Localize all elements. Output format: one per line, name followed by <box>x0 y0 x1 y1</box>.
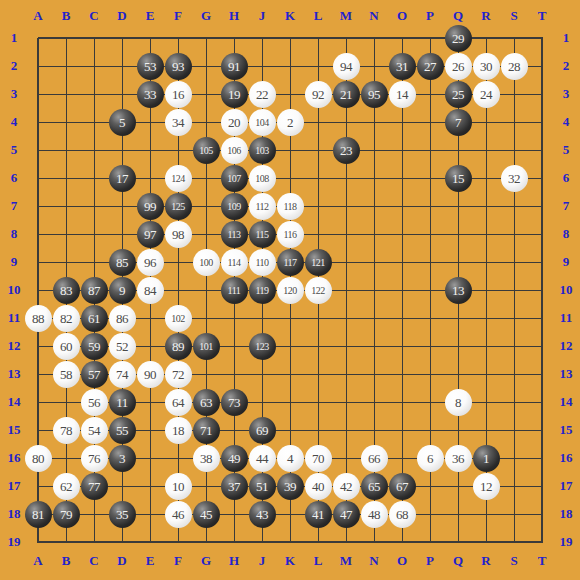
row-label-left: 19 <box>1 534 27 550</box>
move-number: 30 <box>480 53 492 80</box>
move-number: 27 <box>424 53 436 80</box>
white-stone-90[interactable]: 90 <box>137 361 164 388</box>
move-number: 10 <box>172 473 184 500</box>
black-stone-117[interactable]: 117 <box>277 249 304 276</box>
white-stone-102[interactable]: 102 <box>165 305 192 332</box>
column-label-bottom: L <box>305 553 331 569</box>
black-stone-39[interactable]: 39 <box>277 473 304 500</box>
black-stone-31[interactable]: 31 <box>389 53 416 80</box>
black-stone-101[interactable]: 101 <box>193 333 220 360</box>
black-stone-61[interactable]: 61 <box>81 305 108 332</box>
move-number: 117 <box>283 249 296 276</box>
black-stone-5[interactable]: 5 <box>109 109 136 136</box>
column-label-top: C <box>81 8 107 24</box>
black-stone-13[interactable]: 13 <box>445 277 472 304</box>
black-stone-113[interactable]: 113 <box>221 221 248 248</box>
white-stone-82[interactable]: 82 <box>53 305 80 332</box>
row-label-right: 1 <box>553 30 579 46</box>
white-stone-54[interactable]: 54 <box>81 417 108 444</box>
white-stone-94[interactable]: 94 <box>333 53 360 80</box>
row-label-right: 12 <box>553 338 579 354</box>
move-number: 28 <box>508 53 520 80</box>
move-number: 78 <box>60 417 72 444</box>
move-number: 6 <box>427 445 433 472</box>
move-number: 81 <box>32 501 44 528</box>
white-stone-106[interactable]: 106 <box>221 137 248 164</box>
row-label-right: 14 <box>553 394 579 410</box>
white-stone-118[interactable]: 118 <box>277 193 304 220</box>
column-label-top: R <box>473 8 499 24</box>
move-number: 105 <box>199 137 213 164</box>
move-number: 88 <box>32 305 44 332</box>
white-stone-120[interactable]: 120 <box>277 277 304 304</box>
move-number: 35 <box>116 501 128 528</box>
move-number: 14 <box>396 81 408 108</box>
row-label-left: 6 <box>1 170 27 186</box>
column-label-top: O <box>389 8 415 24</box>
white-stone-52[interactable]: 52 <box>109 333 136 360</box>
move-number: 5 <box>119 109 125 136</box>
column-label-top: T <box>529 8 555 24</box>
move-number: 76 <box>88 445 100 472</box>
black-stone-79[interactable]: 79 <box>53 501 80 528</box>
black-stone-107[interactable]: 107 <box>221 165 248 192</box>
move-number: 87 <box>88 277 100 304</box>
move-number: 95 <box>368 81 380 108</box>
row-label-left: 11 <box>1 310 27 326</box>
move-number: 67 <box>396 473 408 500</box>
white-stone-64[interactable]: 64 <box>165 389 192 416</box>
row-label-left: 18 <box>1 506 27 522</box>
column-label-top: B <box>53 8 79 24</box>
move-number: 48 <box>368 501 380 528</box>
column-label-bottom: O <box>389 553 415 569</box>
black-stone-25[interactable]: 25 <box>445 81 472 108</box>
black-stone-15[interactable]: 15 <box>445 165 472 192</box>
black-stone-115[interactable]: 115 <box>249 221 276 248</box>
black-stone-119[interactable]: 119 <box>249 277 276 304</box>
row-label-left: 14 <box>1 394 27 410</box>
move-number: 54 <box>88 417 100 444</box>
black-stone-17[interactable]: 17 <box>109 165 136 192</box>
black-stone-91[interactable]: 91 <box>221 53 248 80</box>
move-number: 44 <box>256 445 268 472</box>
white-stone-60[interactable]: 60 <box>53 333 80 360</box>
move-number: 11 <box>116 389 128 416</box>
white-stone-108[interactable]: 108 <box>249 165 276 192</box>
row-label-left: 9 <box>1 254 27 270</box>
row-label-right: 5 <box>553 142 579 158</box>
white-stone-78[interactable]: 78 <box>53 417 80 444</box>
move-number: 115 <box>255 221 268 248</box>
move-number: 42 <box>340 473 352 500</box>
white-stone-116[interactable]: 116 <box>277 221 304 248</box>
column-label-bottom: K <box>277 553 303 569</box>
go-board: AABBCCDDEEFFGGHHJJKKLLMMNNOOPPQQRRSSTT11… <box>0 0 580 580</box>
move-number: 62 <box>60 473 72 500</box>
move-number: 9 <box>119 277 125 304</box>
move-number: 80 <box>32 445 44 472</box>
move-number: 89 <box>172 333 184 360</box>
move-number: 68 <box>396 501 408 528</box>
white-stone-70[interactable]: 70 <box>305 445 332 472</box>
column-label-bottom: P <box>417 553 443 569</box>
black-stone-99[interactable]: 99 <box>137 193 164 220</box>
move-number: 125 <box>171 193 185 220</box>
move-number: 53 <box>144 53 156 80</box>
move-number: 114 <box>227 249 240 276</box>
white-stone-32[interactable]: 32 <box>501 165 528 192</box>
move-number: 1 <box>483 445 489 472</box>
move-number: 73 <box>228 389 240 416</box>
black-stone-87[interactable]: 87 <box>81 277 108 304</box>
move-number: 102 <box>171 305 185 332</box>
black-stone-47[interactable]: 47 <box>333 501 360 528</box>
column-label-top: H <box>221 8 247 24</box>
black-stone-65[interactable]: 65 <box>361 473 388 500</box>
black-stone-33[interactable]: 33 <box>137 81 164 108</box>
move-number: 108 <box>255 165 269 192</box>
black-stone-11[interactable]: 11 <box>109 389 136 416</box>
column-label-top: D <box>109 8 135 24</box>
grid-line-vertical <box>346 38 347 543</box>
white-stone-44[interactable]: 44 <box>249 445 276 472</box>
column-label-bottom: E <box>137 553 163 569</box>
row-label-right: 17 <box>553 478 579 494</box>
column-label-bottom: N <box>361 553 387 569</box>
white-stone-88[interactable]: 88 <box>25 305 52 332</box>
black-stone-105[interactable]: 105 <box>193 137 220 164</box>
grid-line-vertical <box>514 38 515 543</box>
move-number: 31 <box>396 53 408 80</box>
move-number: 40 <box>312 473 324 500</box>
row-label-right: 2 <box>553 58 579 74</box>
move-number: 23 <box>340 137 352 164</box>
move-number: 49 <box>228 445 240 472</box>
move-number: 38 <box>200 445 212 472</box>
black-stone-1[interactable]: 1 <box>473 445 500 472</box>
black-stone-83[interactable]: 83 <box>53 277 80 304</box>
move-number: 4 <box>287 445 293 472</box>
move-number: 15 <box>452 165 464 192</box>
black-stone-111[interactable]: 111 <box>221 277 248 304</box>
black-stone-35[interactable]: 35 <box>109 501 136 528</box>
column-label-top: L <box>305 8 331 24</box>
column-label-bottom: B <box>53 553 79 569</box>
black-stone-93[interactable]: 93 <box>165 53 192 80</box>
row-label-right: 7 <box>553 198 579 214</box>
column-label-bottom: C <box>81 553 107 569</box>
black-stone-71[interactable]: 71 <box>193 417 220 444</box>
column-label-bottom: A <box>25 553 51 569</box>
move-number: 109 <box>227 193 241 220</box>
row-label-left: 8 <box>1 226 27 242</box>
row-label-left: 2 <box>1 58 27 74</box>
move-number: 47 <box>340 501 352 528</box>
white-stone-62[interactable]: 62 <box>53 473 80 500</box>
move-number: 64 <box>172 389 184 416</box>
column-label-bottom: D <box>109 553 135 569</box>
white-stone-16[interactable]: 16 <box>165 81 192 108</box>
white-stone-86[interactable]: 86 <box>109 305 136 332</box>
black-stone-29[interactable]: 29 <box>445 25 472 52</box>
white-stone-46[interactable]: 46 <box>165 501 192 528</box>
move-number: 65 <box>368 473 380 500</box>
black-stone-19[interactable]: 19 <box>221 81 248 108</box>
black-stone-49[interactable]: 49 <box>221 445 248 472</box>
white-stone-76[interactable]: 76 <box>81 445 108 472</box>
row-label-right: 15 <box>553 422 579 438</box>
white-stone-72[interactable]: 72 <box>165 361 192 388</box>
white-stone-56[interactable]: 56 <box>81 389 108 416</box>
black-stone-59[interactable]: 59 <box>81 333 108 360</box>
column-label-bottom: T <box>529 553 555 569</box>
white-stone-66[interactable]: 66 <box>361 445 388 472</box>
row-label-left: 10 <box>1 282 27 298</box>
black-stone-121[interactable]: 121 <box>305 249 332 276</box>
move-number: 57 <box>88 361 100 388</box>
move-number: 20 <box>228 109 240 136</box>
row-label-left: 12 <box>1 338 27 354</box>
column-label-bottom: G <box>193 553 219 569</box>
row-label-right: 3 <box>553 86 579 102</box>
move-number: 112 <box>255 193 268 220</box>
white-stone-48[interactable]: 48 <box>361 501 388 528</box>
white-stone-98[interactable]: 98 <box>165 221 192 248</box>
row-label-left: 15 <box>1 422 27 438</box>
black-stone-3[interactable]: 3 <box>109 445 136 472</box>
move-number: 45 <box>200 501 212 528</box>
move-number: 107 <box>227 165 241 192</box>
white-stone-124[interactable]: 124 <box>165 165 192 192</box>
white-stone-112[interactable]: 112 <box>249 193 276 220</box>
black-stone-89[interactable]: 89 <box>165 333 192 360</box>
white-stone-92[interactable]: 92 <box>305 81 332 108</box>
move-number: 120 <box>283 277 297 304</box>
black-stone-55[interactable]: 55 <box>109 417 136 444</box>
row-label-left: 13 <box>1 366 27 382</box>
black-stone-53[interactable]: 53 <box>137 53 164 80</box>
black-stone-63[interactable]: 63 <box>193 389 220 416</box>
column-label-top: E <box>137 8 163 24</box>
white-stone-10[interactable]: 10 <box>165 473 192 500</box>
move-number: 123 <box>255 333 269 360</box>
column-label-top: S <box>501 8 527 24</box>
white-stone-110[interactable]: 110 <box>249 249 276 276</box>
black-stone-45[interactable]: 45 <box>193 501 220 528</box>
row-label-right: 19 <box>553 534 579 550</box>
column-label-bottom: S <box>501 553 527 569</box>
black-stone-123[interactable]: 123 <box>249 333 276 360</box>
column-label-bottom: F <box>165 553 191 569</box>
row-label-right: 6 <box>553 170 579 186</box>
black-stone-109[interactable]: 109 <box>221 193 248 220</box>
black-stone-57[interactable]: 57 <box>81 361 108 388</box>
black-stone-95[interactable]: 95 <box>361 81 388 108</box>
move-number: 61 <box>88 305 100 332</box>
move-number: 118 <box>283 193 296 220</box>
white-stone-34[interactable]: 34 <box>165 109 192 136</box>
move-number: 121 <box>311 249 325 276</box>
move-number: 122 <box>311 277 325 304</box>
move-number: 13 <box>452 277 464 304</box>
move-number: 19 <box>228 81 240 108</box>
move-number: 85 <box>116 249 128 276</box>
black-stone-23[interactable]: 23 <box>333 137 360 164</box>
white-stone-4[interactable]: 4 <box>277 445 304 472</box>
white-stone-80[interactable]: 80 <box>25 445 52 472</box>
black-stone-73[interactable]: 73 <box>221 389 248 416</box>
black-stone-21[interactable]: 21 <box>333 81 360 108</box>
move-number: 97 <box>144 221 156 248</box>
row-label-left: 3 <box>1 86 27 102</box>
row-label-left: 4 <box>1 114 27 130</box>
black-stone-43[interactable]: 43 <box>249 501 276 528</box>
grid-line-horizontal <box>38 541 543 543</box>
move-number: 74 <box>116 361 128 388</box>
white-stone-40[interactable]: 40 <box>305 473 332 500</box>
move-number: 39 <box>284 473 296 500</box>
move-number: 26 <box>452 53 464 80</box>
white-stone-12[interactable]: 12 <box>473 473 500 500</box>
move-number: 86 <box>116 305 128 332</box>
move-number: 56 <box>88 389 100 416</box>
move-number: 55 <box>116 417 128 444</box>
move-number: 41 <box>312 501 324 528</box>
row-label-right: 8 <box>553 226 579 242</box>
black-stone-27[interactable]: 27 <box>417 53 444 80</box>
white-stone-84[interactable]: 84 <box>137 277 164 304</box>
black-stone-85[interactable]: 85 <box>109 249 136 276</box>
move-number: 83 <box>60 277 72 304</box>
grid-line-vertical <box>541 38 543 543</box>
move-number: 82 <box>60 305 72 332</box>
column-label-bottom: M <box>333 553 359 569</box>
black-stone-103[interactable]: 103 <box>249 137 276 164</box>
move-number: 111 <box>228 277 241 304</box>
white-stone-36[interactable]: 36 <box>445 445 472 472</box>
move-number: 2 <box>287 109 293 136</box>
column-label-top: N <box>361 8 387 24</box>
column-label-top: G <box>193 8 219 24</box>
move-number: 91 <box>228 53 240 80</box>
column-label-bottom: H <box>221 553 247 569</box>
white-stone-2[interactable]: 2 <box>277 109 304 136</box>
row-label-right: 9 <box>553 254 579 270</box>
move-number: 90 <box>144 361 156 388</box>
black-stone-125[interactable]: 125 <box>165 193 192 220</box>
move-number: 37 <box>228 473 240 500</box>
move-number: 71 <box>200 417 212 444</box>
row-label-left: 1 <box>1 30 27 46</box>
row-label-right: 13 <box>553 366 579 382</box>
column-label-top: P <box>417 8 443 24</box>
white-stone-18[interactable]: 18 <box>165 417 192 444</box>
move-number: 58 <box>60 361 72 388</box>
white-stone-28[interactable]: 28 <box>501 53 528 80</box>
move-number: 93 <box>172 53 184 80</box>
white-stone-38[interactable]: 38 <box>193 445 220 472</box>
move-number: 46 <box>172 501 184 528</box>
white-stone-26[interactable]: 26 <box>445 53 472 80</box>
white-stone-100[interactable]: 100 <box>193 249 220 276</box>
black-stone-97[interactable]: 97 <box>137 221 164 248</box>
move-number: 7 <box>455 109 461 136</box>
white-stone-30[interactable]: 30 <box>473 53 500 80</box>
white-stone-58[interactable]: 58 <box>53 361 80 388</box>
white-stone-74[interactable]: 74 <box>109 361 136 388</box>
move-number: 22 <box>256 81 268 108</box>
black-stone-41[interactable]: 41 <box>305 501 332 528</box>
white-stone-114[interactable]: 114 <box>221 249 248 276</box>
black-stone-51[interactable]: 51 <box>249 473 276 500</box>
column-label-top: Q <box>445 8 471 24</box>
move-number: 32 <box>508 165 520 192</box>
column-label-top: F <box>165 8 191 24</box>
column-label-top: M <box>333 8 359 24</box>
move-number: 106 <box>227 137 241 164</box>
white-stone-96[interactable]: 96 <box>137 249 164 276</box>
black-stone-69[interactable]: 69 <box>249 417 276 444</box>
white-stone-68[interactable]: 68 <box>389 501 416 528</box>
column-label-top: A <box>25 8 51 24</box>
move-number: 3 <box>119 445 125 472</box>
move-number: 104 <box>255 109 269 136</box>
black-stone-37[interactable]: 37 <box>221 473 248 500</box>
move-number: 25 <box>452 81 464 108</box>
move-number: 72 <box>172 361 184 388</box>
column-label-bottom: R <box>473 553 499 569</box>
move-number: 84 <box>144 277 156 304</box>
move-number: 92 <box>312 81 324 108</box>
move-number: 52 <box>116 333 128 360</box>
row-label-right: 10 <box>553 282 579 298</box>
black-stone-9[interactable]: 9 <box>109 277 136 304</box>
white-stone-14[interactable]: 14 <box>389 81 416 108</box>
white-stone-104[interactable]: 104 <box>249 109 276 136</box>
black-stone-67[interactable]: 67 <box>389 473 416 500</box>
white-stone-24[interactable]: 24 <box>473 81 500 108</box>
white-stone-42[interactable]: 42 <box>333 473 360 500</box>
move-number: 12 <box>480 473 492 500</box>
white-stone-122[interactable]: 122 <box>305 277 332 304</box>
move-number: 36 <box>452 445 464 472</box>
move-number: 51 <box>256 473 268 500</box>
move-number: 21 <box>340 81 352 108</box>
row-label-right: 4 <box>553 114 579 130</box>
black-stone-77[interactable]: 77 <box>81 473 108 500</box>
move-number: 113 <box>227 221 240 248</box>
move-number: 124 <box>171 165 185 192</box>
move-number: 69 <box>256 417 268 444</box>
move-number: 60 <box>60 333 72 360</box>
column-label-bottom: Q <box>445 553 471 569</box>
white-stone-6[interactable]: 6 <box>417 445 444 472</box>
white-stone-22[interactable]: 22 <box>249 81 276 108</box>
black-stone-81[interactable]: 81 <box>25 501 52 528</box>
move-number: 29 <box>452 25 464 52</box>
move-number: 8 <box>455 389 461 416</box>
row-label-left: 7 <box>1 198 27 214</box>
black-stone-7[interactable]: 7 <box>445 109 472 136</box>
move-number: 119 <box>255 277 268 304</box>
row-label-left: 17 <box>1 478 27 494</box>
white-stone-8[interactable]: 8 <box>445 389 472 416</box>
white-stone-20[interactable]: 20 <box>221 109 248 136</box>
row-label-right: 16 <box>553 450 579 466</box>
move-number: 103 <box>255 137 269 164</box>
move-number: 66 <box>368 445 380 472</box>
